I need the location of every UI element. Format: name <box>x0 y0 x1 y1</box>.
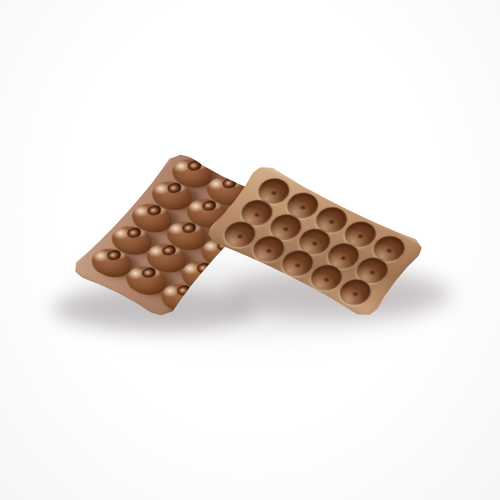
cavity-deep-point <box>269 190 278 197</box>
product-photo-scene <box>0 0 500 500</box>
cavity-deep-point <box>310 240 319 247</box>
dome-dimple <box>186 159 204 172</box>
cavity-deep-point <box>298 204 307 211</box>
cavity-deep-point <box>327 219 336 226</box>
cavity-deep-point <box>338 255 347 262</box>
cavity-deep-point <box>281 226 290 233</box>
cavity-deep-point <box>264 248 273 255</box>
cavity-deep-point <box>293 262 302 269</box>
cavity-deep-point <box>235 233 244 240</box>
dome-dimple <box>221 177 239 190</box>
cavity-deep-point <box>367 269 376 276</box>
cavity-deep-point <box>350 291 359 298</box>
cavity-deep-point <box>355 233 364 240</box>
cavity-deep-point <box>321 276 330 283</box>
cavity-deep-point <box>384 247 393 254</box>
cavity-deep-point <box>252 211 261 218</box>
